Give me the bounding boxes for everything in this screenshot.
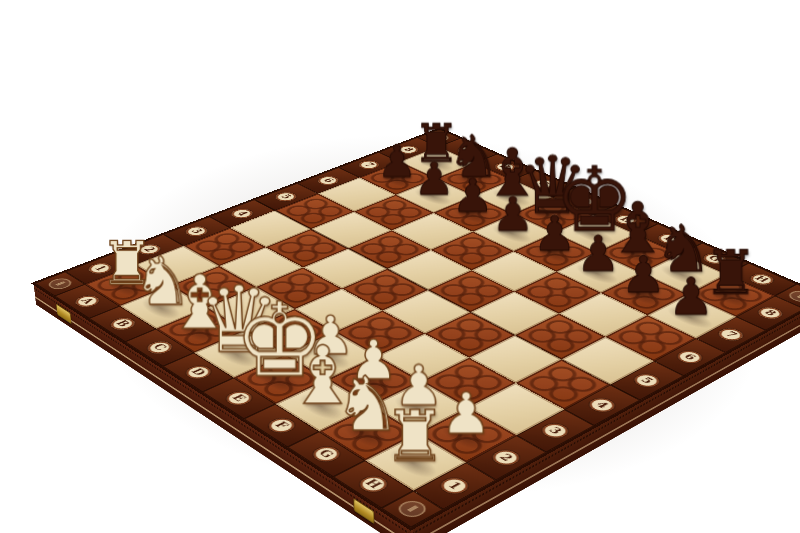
label-rank-6-right: 6 — [673, 348, 706, 365]
label-file-c-front: C — [143, 339, 176, 356]
label-file-d-front: D — [181, 363, 215, 381]
brass-clasp-right — [354, 498, 375, 524]
label-rank-8-right: 8 — [754, 305, 786, 321]
photo-stage: ∥ABCDEFGH∥8♜♞♝♛♚♝♞♜87♟♟♟♟♟♟♟♟7665544332♟… — [0, 0, 800, 533]
label-rank-4-right: 4 — [585, 396, 620, 415]
label-rank-5-right: 5 — [630, 371, 664, 389]
label-rank-2-right: 2 — [488, 447, 524, 468]
label-file-e-front: E — [222, 389, 256, 408]
label-rank-1-right: 1 — [436, 475, 473, 497]
label-rank-7-right: 7 — [715, 326, 748, 342]
black-pawn-glyph: ♟ — [452, 173, 493, 219]
black-pawn-glyph: ♟ — [414, 156, 455, 201]
white-pawn-glyph: ♟ — [440, 385, 491, 442]
label-file-h-front: H — [355, 473, 392, 495]
border-corner-ornament: ∥ — [393, 498, 431, 520]
label-file-f-front: F — [264, 416, 299, 435]
black-pawn-glyph: ♟ — [377, 139, 417, 183]
black-pawn-glyph: ♟ — [492, 191, 534, 238]
label-rank-3-right: 3 — [538, 421, 574, 441]
black-pawn-glyph: ♟ — [668, 271, 714, 322]
white-rook-glyph: ♜ — [383, 400, 446, 470]
label-file-b-front: B — [106, 316, 138, 332]
black-pawn-glyph: ♟ — [621, 250, 666, 300]
black-pawn-glyph: ♟ — [576, 229, 620, 278]
black-pawn-glyph: ♟ — [533, 210, 576, 258]
border-corner-ornament: ∥ — [45, 276, 76, 291]
label-file-g-front: G — [308, 444, 344, 464]
label-file-a-front: A — [71, 293, 102, 308]
